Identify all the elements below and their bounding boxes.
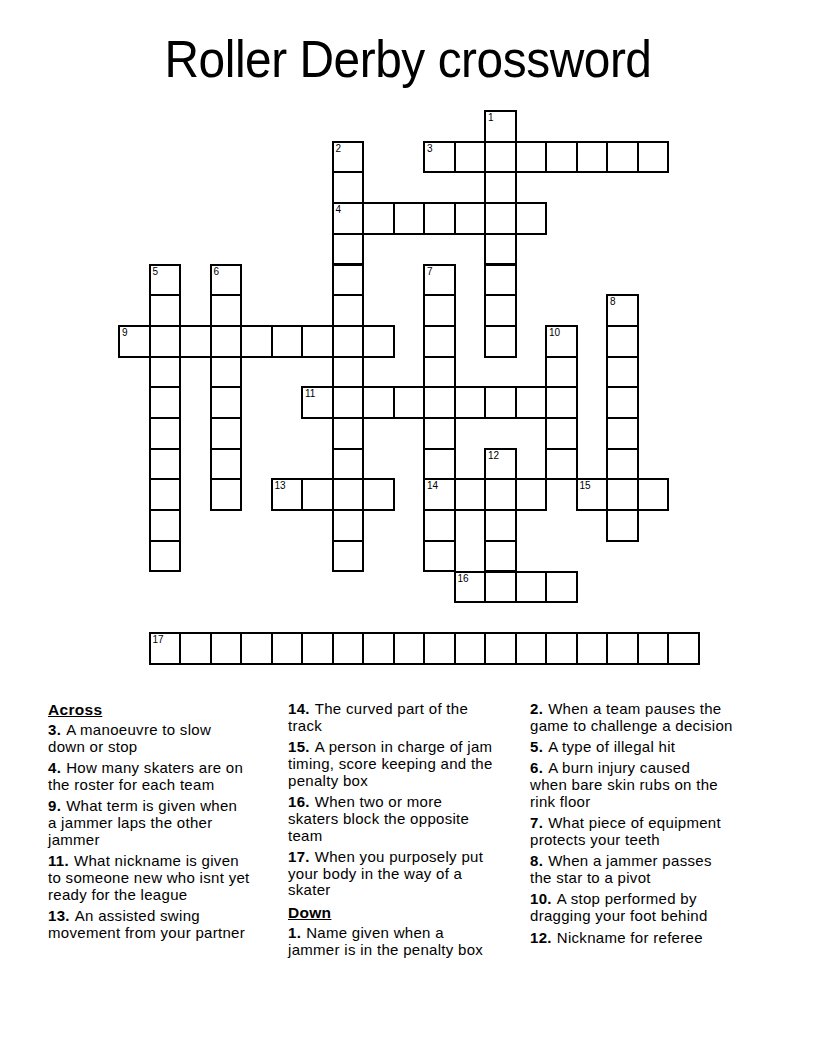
- grid-cell-r9c14[interactable]: [545, 386, 578, 419]
- grid-cell-r9c7[interactable]: [332, 386, 365, 419]
- grid-cell-r1c14[interactable]: [545, 141, 578, 174]
- grid-cell-r12c13[interactable]: [515, 478, 548, 511]
- grid-cell-r12c11[interactable]: [454, 478, 487, 511]
- crossword-page: Roller Derby crossword 12345678910111213…: [0, 0, 816, 1056]
- grid-cell-r12c16[interactable]: [606, 478, 639, 511]
- grid-cell-r17c12[interactable]: [484, 632, 517, 665]
- grid-cell-r3c10[interactable]: [423, 202, 456, 235]
- clue-2: 2.When a team pauses the game to challen…: [530, 701, 786, 735]
- clue-10: 10.A stop performed by dragging your foo…: [530, 891, 786, 925]
- clue-1: 1.Name given when a jammer is in the pen…: [288, 925, 534, 959]
- grid-cell-r5c1[interactable]: 5: [149, 264, 182, 297]
- grid-cell-r14c7[interactable]: [332, 540, 365, 573]
- grid-cell-r17c1[interactable]: 17: [149, 632, 182, 665]
- clue-text: What piece of equipment protects your te…: [530, 814, 721, 848]
- cell-number-11: 11: [305, 388, 315, 399]
- grid-cell-r17c2[interactable]: [179, 632, 212, 665]
- clue-column-2: 14.The curved part of the track15.A pers…: [288, 701, 534, 963]
- grid-cell-r7c7[interactable]: [332, 325, 365, 358]
- cell-number-1: 1: [488, 112, 494, 123]
- clue-number: 11.: [48, 852, 69, 869]
- grid-cell-r17c14[interactable]: [545, 632, 578, 665]
- grid-cell-r7c4[interactable]: [240, 325, 273, 358]
- clue-number: 8.: [530, 852, 543, 869]
- grid-cell-r13c1[interactable]: [149, 509, 182, 542]
- clue-9: 9.What term is given when a jammer laps …: [48, 798, 294, 848]
- grid-cell-r9c3[interactable]: [210, 386, 243, 419]
- clue-16: 16.When two or more skaters block the op…: [288, 794, 534, 844]
- clue-4: 4.How many skaters are on the roster for…: [48, 760, 294, 794]
- clue-12: 12.Nickname for referee: [530, 930, 786, 947]
- grid-cell-r12c1[interactable]: [149, 478, 182, 511]
- grid-cell-r12c15[interactable]: 15: [576, 478, 609, 511]
- clue-text: A stop performed by dragging your foot b…: [530, 890, 708, 924]
- clue-11: 11.What nickname is given to someone new…: [48, 853, 294, 903]
- grid-cell-r11c12[interactable]: 12: [484, 448, 517, 481]
- grid-cell-r12c12[interactable]: [484, 478, 517, 511]
- grid-cell-r1c11[interactable]: [454, 141, 487, 174]
- across-header: Across: [48, 701, 294, 718]
- grid-cell-r6c16[interactable]: 8: [606, 294, 639, 327]
- clue-number: 16.: [288, 793, 310, 810]
- cell-number-12: 12: [488, 450, 499, 461]
- clue-number: 3.: [48, 721, 61, 738]
- grid-cell-r4c12[interactable]: [484, 233, 517, 266]
- grid-cell-r13c16[interactable]: [606, 509, 639, 542]
- grid-cell-r8c10[interactable]: [423, 356, 456, 389]
- cell-number-17: 17: [153, 634, 164, 645]
- grid-cell-r3c9[interactable]: [393, 202, 426, 235]
- grid-cell-r3c12[interactable]: [484, 202, 517, 235]
- clue-number: 2.: [530, 700, 543, 717]
- clue-7: 7.What piece of equipment protects your …: [530, 815, 786, 849]
- clue-text: How many skaters are on the roster for e…: [48, 759, 243, 793]
- page-title: Roller Derby crossword: [33, 33, 784, 86]
- clue-13: 13.An assisted swing movement from your …: [48, 908, 294, 942]
- cell-number-14: 14: [427, 480, 438, 491]
- grid-cell-r9c13[interactable]: [515, 386, 548, 419]
- grid-cell-r5c7[interactable]: [332, 264, 365, 297]
- clue-6: 6.A burn injury caused when bare skin ru…: [530, 760, 786, 810]
- grid-cell-r11c16[interactable]: [606, 448, 639, 481]
- grid-cell-r5c12[interactable]: [484, 264, 517, 297]
- clue-8: 8.When a jammer passes the star to a piv…: [530, 853, 786, 887]
- clue-17: 17.When you purposely put your body in t…: [288, 849, 534, 899]
- grid-cell-r17c17[interactable]: [637, 632, 670, 665]
- grid-cell-r8c3[interactable]: [210, 356, 243, 389]
- grid-cell-r7c5[interactable]: [271, 325, 304, 358]
- grid-cell-r6c12[interactable]: [484, 294, 517, 327]
- cell-number-15: 15: [580, 480, 591, 491]
- cell-number-6: 6: [214, 266, 220, 277]
- grid-cell-r17c5[interactable]: [271, 632, 304, 665]
- clue-number: 6.: [530, 759, 543, 776]
- cell-number-10: 10: [549, 327, 560, 338]
- grid-cell-r9c11[interactable]: [454, 386, 487, 419]
- grid-cell-r1c16[interactable]: [606, 141, 639, 174]
- grid-cell-r11c1[interactable]: [149, 448, 182, 481]
- clue-text: A person in charge of jam timing, score …: [288, 738, 493, 789]
- clue-text: A burn injury caused when bare skin rubs…: [530, 759, 718, 810]
- crossword-grid: 1234567891011121314151617: [118, 110, 700, 665]
- clue-number: 17.: [288, 848, 310, 865]
- grid-cell-r15c13[interactable]: [515, 571, 548, 604]
- clue-number: 7.: [530, 814, 543, 831]
- grid-cell-r8c16[interactable]: [606, 356, 639, 389]
- cell-number-4: 4: [336, 204, 342, 215]
- grid-cell-r6c7[interactable]: [332, 294, 365, 327]
- clue-14: 14.The curved part of the track: [288, 701, 534, 735]
- grid-cell-r11c7[interactable]: [332, 448, 365, 481]
- grid-cell-r10c10[interactable]: [423, 417, 456, 450]
- grid-cell-r7c8[interactable]: [362, 325, 395, 358]
- grid-cell-r12c17[interactable]: [637, 478, 670, 511]
- clue-5: 5.A type of illegal hit: [530, 739, 786, 756]
- grid-cell-r12c7[interactable]: [332, 478, 365, 511]
- grid-cell-r12c6[interactable]: [301, 478, 334, 511]
- grid-cell-r7c1[interactable]: [149, 325, 182, 358]
- grid-cell-r17c6[interactable]: [301, 632, 334, 665]
- grid-cell-r9c12[interactable]: [484, 386, 517, 419]
- grid-cell-r5c3[interactable]: 6: [210, 264, 243, 297]
- clue-text: Nickname for referee: [557, 929, 703, 946]
- grid-cell-r6c3[interactable]: [210, 294, 243, 327]
- grid-cell-r14c12[interactable]: [484, 540, 517, 573]
- grid-cell-r17c11[interactable]: [454, 632, 487, 665]
- cell-number-2: 2: [336, 143, 342, 154]
- grid-cell-r2c12[interactable]: [484, 171, 517, 204]
- grid-cell-r9c9[interactable]: [393, 386, 426, 419]
- grid-cell-r14c1[interactable]: [149, 540, 182, 573]
- grid-cell-r1c17[interactable]: [637, 141, 670, 174]
- clue-number: 10.: [530, 890, 552, 907]
- grid-cell-r5c10[interactable]: 7: [423, 264, 456, 297]
- grid-cell-r6c10[interactable]: [423, 294, 456, 327]
- grid-cell-r7c2[interactable]: [179, 325, 212, 358]
- grid-cell-r7c12[interactable]: [484, 325, 517, 358]
- clue-number: 5.: [530, 738, 543, 755]
- clue-text: When you purposely put your body in the …: [288, 848, 483, 899]
- grid-cell-r12c8[interactable]: [362, 478, 395, 511]
- grid-cell-r2c7[interactable]: [332, 171, 365, 204]
- grid-cell-r15c12[interactable]: [484, 571, 517, 604]
- clue-text: When two or more skaters block the oppos…: [288, 793, 469, 844]
- grid-cell-r17c10[interactable]: [423, 632, 456, 665]
- clue-number: 4.: [48, 759, 61, 776]
- clue-text: What term is given when a jammer laps th…: [48, 797, 237, 848]
- grid-cell-r9c10[interactable]: [423, 386, 456, 419]
- clue-3: 3.A manoeuvre to slow down or stop: [48, 722, 294, 756]
- cell-number-13: 13: [275, 480, 286, 491]
- grid-cell-r1c10[interactable]: 3: [423, 141, 456, 174]
- grid-cell-r7c14[interactable]: 10: [545, 325, 578, 358]
- cell-number-8: 8: [610, 296, 616, 307]
- grid-cell-r3c8[interactable]: [362, 202, 395, 235]
- grid-cell-r10c1[interactable]: [149, 417, 182, 450]
- grid-cell-r10c16[interactable]: [606, 417, 639, 450]
- clue-text: What nickname is given to someone new wh…: [48, 852, 250, 903]
- grid-cell-r12c10[interactable]: 14: [423, 478, 456, 511]
- grid-cell-r10c14[interactable]: [545, 417, 578, 450]
- grid-cell-r17c9[interactable]: [393, 632, 426, 665]
- grid-cell-r17c16[interactable]: [606, 632, 639, 665]
- grid-cell-r8c7[interactable]: [332, 356, 365, 389]
- grid-cell-r13c7[interactable]: [332, 509, 365, 542]
- grid-cell-r17c15[interactable]: [576, 632, 609, 665]
- clue-number: 15.: [288, 738, 310, 755]
- clue-number: 1.: [288, 924, 301, 941]
- grid-cell-r3c13[interactable]: [515, 202, 548, 235]
- grid-cell-r7c16[interactable]: [606, 325, 639, 358]
- grid-cell-r14c10[interactable]: [423, 540, 456, 573]
- grid-cell-r7c6[interactable]: [301, 325, 334, 358]
- grid-cell-r1c13[interactable]: [515, 141, 548, 174]
- grid-cell-r9c8[interactable]: [362, 386, 395, 419]
- clue-text: When a team pauses the game to challenge…: [530, 700, 733, 734]
- grid-cell-r13c12[interactable]: [484, 509, 517, 542]
- grid-cell-r6c1[interactable]: [149, 294, 182, 327]
- grid-cell-r0c12[interactable]: 1: [484, 110, 517, 143]
- grid-cell-r4c7[interactable]: [332, 233, 365, 266]
- grid-cell-r8c1[interactable]: [149, 356, 182, 389]
- grid-cell-r12c3[interactable]: [210, 478, 243, 511]
- clue-number: 13.: [48, 907, 70, 924]
- clue-number: 14.: [288, 700, 310, 717]
- clue-number: 9.: [48, 797, 61, 814]
- grid-cell-r7c10[interactable]: [423, 325, 456, 358]
- clue-text: A type of illegal hit: [548, 738, 675, 755]
- grid-cell-r13c10[interactable]: [423, 509, 456, 542]
- clue-number: 12.: [530, 929, 552, 946]
- grid-cell-r3c11[interactable]: [454, 202, 487, 235]
- cell-number-3: 3: [427, 143, 433, 154]
- grid-cell-r11c10[interactable]: [423, 448, 456, 481]
- clue-text: The curved part of the track: [288, 700, 468, 734]
- grid-cell-r1c12[interactable]: [484, 141, 517, 174]
- clue-15: 15.A person in charge of jam timing, sco…: [288, 739, 534, 789]
- clue-text: Name given when a jammer is in the penal…: [288, 924, 483, 958]
- grid-cell-r3c7[interactable]: 4: [332, 202, 365, 235]
- clue-text: An assisted swing movement from your par…: [48, 907, 245, 941]
- grid-cell-r9c16[interactable]: [606, 386, 639, 419]
- grid-cell-r17c3[interactable]: [210, 632, 243, 665]
- clue-column-1: Across3.A manoeuvre to slow down or stop…: [48, 701, 294, 946]
- clue-text: When a jammer passes the star to a pivot: [530, 852, 712, 886]
- grid-cell-r17c13[interactable]: [515, 632, 548, 665]
- grid-cell-r17c4[interactable]: [240, 632, 273, 665]
- grid-cell-r17c18[interactable]: [667, 632, 700, 665]
- grid-cell-r1c15[interactable]: [576, 141, 609, 174]
- grid-cell-r7c0[interactable]: 9: [118, 325, 151, 358]
- grid-cell-r11c14[interactable]: [545, 448, 578, 481]
- grid-cell-r17c8[interactable]: [362, 632, 395, 665]
- clue-column-3: 2.When a team pauses the game to challen…: [530, 701, 786, 951]
- grid-cell-r10c3[interactable]: [210, 417, 243, 450]
- grid-cell-r15c11[interactable]: 16: [454, 571, 487, 604]
- grid-cell-r10c7[interactable]: [332, 417, 365, 450]
- grid-cell-r9c6[interactable]: 11: [301, 386, 334, 419]
- grid-cell-r17c7[interactable]: [332, 632, 365, 665]
- cell-number-7: 7: [427, 266, 433, 277]
- grid-cell-r9c1[interactable]: [149, 386, 182, 419]
- grid-cell-r15c14[interactable]: [545, 571, 578, 604]
- cell-number-16: 16: [458, 573, 469, 584]
- down-header: Down: [288, 904, 534, 921]
- grid-cell-r12c5[interactable]: 13: [271, 478, 304, 511]
- grid-cell-r8c14[interactable]: [545, 356, 578, 389]
- cell-number-5: 5: [153, 266, 159, 277]
- grid-cell-r11c3[interactable]: [210, 448, 243, 481]
- grid-cell-r1c7[interactable]: 2: [332, 141, 365, 174]
- cell-number-9: 9: [122, 327, 128, 338]
- grid-cell-r7c3[interactable]: [210, 325, 243, 358]
- clue-text: A manoeuvre to slow down or stop: [48, 721, 211, 755]
